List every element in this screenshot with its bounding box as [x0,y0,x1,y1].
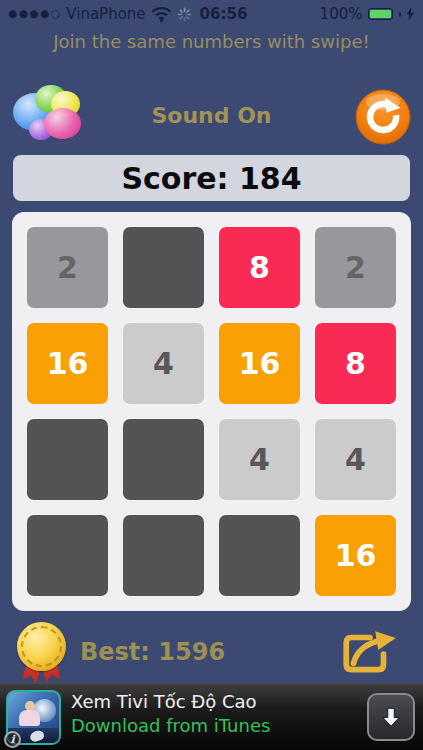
tile-empty [123,227,204,308]
status-bar-right: 100% [320,5,415,23]
network-activity-spinner-icon [177,7,192,22]
best-score-label: Best: 1596 [80,638,225,666]
ad-info-button[interactable]: i [4,731,21,748]
share-icon [339,627,399,677]
carrier-label: VinaPhone [66,5,145,23]
tile-16: 16 [27,323,108,404]
signal-strength-icon: ●●●●○ [8,7,61,19]
status-bar: ●●●●○ VinaPhone 06 [0,0,423,25]
tile-8: 8 [315,323,396,404]
charging-bolt-icon [406,7,415,21]
battery-percent-label: 100% [320,5,363,23]
tile-empty [123,515,204,596]
tile-2: 2 [315,227,396,308]
news-anchor-body [19,710,40,726]
tile-8: 8 [219,227,300,308]
restart-button[interactable] [355,89,411,145]
score-bar: Score: 184 [13,155,410,201]
tile-empty [123,419,204,500]
score-label: Score: 184 [121,161,301,196]
refresh-icon [355,89,411,145]
tile-16: 16 [219,323,300,404]
tile-empty [27,419,108,500]
tile-empty [219,515,300,596]
ad-download-button[interactable] [367,693,415,741]
ad-subtitle-link[interactable]: Download from iTunes [71,715,270,736]
tile-empty [27,515,108,596]
clock-label: 06:56 [200,5,248,23]
tagline: Join the same numbers with swipe! [0,31,423,52]
tile-4: 4 [315,419,396,500]
wifi-icon [151,6,172,22]
ad-banner[interactable]: Xem Tivi Tốc Độ Cao Download from iTunes… [0,683,423,750]
tile-4: 4 [123,323,204,404]
ad-title[interactable]: Xem Tivi Tốc Độ Cao [71,691,257,712]
status-bar-left: ●●●●○ VinaPhone 06 [8,5,247,23]
board-grid[interactable]: 2821641684416 [12,212,411,611]
battery-icon [368,8,393,20]
tile-2: 2 [27,227,108,308]
download-arrow-icon [378,704,404,730]
app-screen: ●●●●○ VinaPhone 06 [0,0,423,750]
medal-icon [15,622,71,683]
tile-16: 16 [315,515,396,596]
tile-4: 4 [219,419,300,500]
battery-nub [399,12,402,17]
share-button[interactable] [339,627,399,677]
